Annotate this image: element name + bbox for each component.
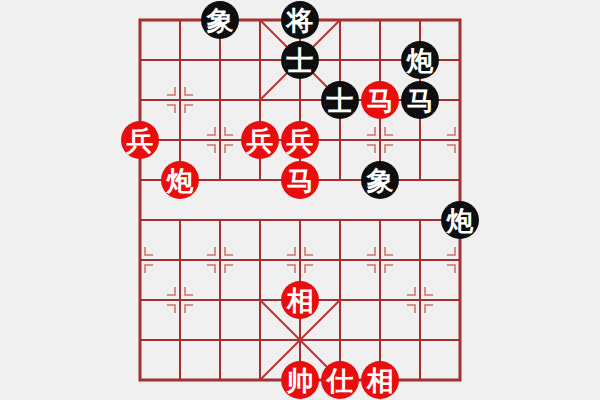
board-point-c2r2[interactable] bbox=[200, 80, 240, 120]
board-point-c0r1[interactable] bbox=[120, 40, 160, 80]
board-point-c1r0[interactable] bbox=[160, 0, 200, 40]
board-point-c2r8[interactable] bbox=[200, 320, 240, 360]
black-horse[interactable]: 马 bbox=[401, 81, 439, 119]
board-point-c8r7[interactable] bbox=[440, 280, 480, 320]
board-point-c7r6[interactable] bbox=[400, 240, 440, 280]
red-elephant[interactable]: 相 bbox=[281, 281, 319, 319]
board-point-c5r2[interactable]: 士 bbox=[320, 80, 360, 120]
board-point-c4r2[interactable] bbox=[280, 80, 320, 120]
board-point-c1r3[interactable] bbox=[160, 120, 200, 160]
red-horse[interactable]: 马 bbox=[281, 161, 319, 199]
board-point-c5r8[interactable] bbox=[320, 320, 360, 360]
board-point-c1r2[interactable] bbox=[160, 80, 200, 120]
board-point-c7r9[interactable] bbox=[400, 360, 440, 400]
board-point-c4r1[interactable]: 士 bbox=[280, 40, 320, 80]
board-point-c0r4[interactable] bbox=[120, 160, 160, 200]
board-point-c5r0[interactable] bbox=[320, 0, 360, 40]
board-point-c7r2[interactable]: 马 bbox=[400, 80, 440, 120]
board-point-c8r4[interactable] bbox=[440, 160, 480, 200]
board-point-c6r2[interactable]: 马 bbox=[360, 80, 400, 120]
board-point-c8r0[interactable] bbox=[440, 0, 480, 40]
black-elephant[interactable]: 象 bbox=[361, 161, 399, 199]
board-point-c6r4[interactable]: 象 bbox=[360, 160, 400, 200]
board-point-c2r6[interactable] bbox=[200, 240, 240, 280]
red-soldier[interactable]: 兵 bbox=[121, 121, 159, 159]
board-point-c7r5[interactable] bbox=[400, 200, 440, 240]
board-point-c2r7[interactable] bbox=[200, 280, 240, 320]
black-advisor[interactable]: 士 bbox=[281, 41, 319, 79]
red-elephant[interactable]: 相 bbox=[361, 361, 399, 399]
board-point-c0r9[interactable] bbox=[120, 360, 160, 400]
board-point-c6r0[interactable] bbox=[360, 0, 400, 40]
board-point-c0r8[interactable] bbox=[120, 320, 160, 360]
black-cannon[interactable]: 炮 bbox=[441, 201, 479, 239]
board-point-c6r1[interactable] bbox=[360, 40, 400, 80]
board-point-c4r7[interactable]: 相 bbox=[280, 280, 320, 320]
board-point-c4r4[interactable]: 马 bbox=[280, 160, 320, 200]
board-point-c3r6[interactable] bbox=[240, 240, 280, 280]
board-point-c2r1[interactable] bbox=[200, 40, 240, 80]
board-point-c6r9[interactable]: 相 bbox=[360, 360, 400, 400]
red-cannon[interactable]: 炮 bbox=[161, 161, 199, 199]
board-point-c4r0[interactable]: 将 bbox=[280, 0, 320, 40]
board-point-c3r7[interactable] bbox=[240, 280, 280, 320]
board-point-c1r9[interactable] bbox=[160, 360, 200, 400]
board-point-c0r6[interactable] bbox=[120, 240, 160, 280]
board-point-c7r4[interactable] bbox=[400, 160, 440, 200]
board-point-c0r5[interactable] bbox=[120, 200, 160, 240]
red-soldier[interactable]: 兵 bbox=[281, 121, 319, 159]
board-point-c2r0[interactable]: 象 bbox=[200, 0, 240, 40]
board-point-c1r7[interactable] bbox=[160, 280, 200, 320]
board-point-c3r3[interactable]: 兵 bbox=[240, 120, 280, 160]
board-point-c6r3[interactable] bbox=[360, 120, 400, 160]
board-point-c1r5[interactable] bbox=[160, 200, 200, 240]
board-point-c8r3[interactable] bbox=[440, 120, 480, 160]
board-point-c7r1[interactable]: 炮 bbox=[400, 40, 440, 80]
board-point-c4r5[interactable] bbox=[280, 200, 320, 240]
board-point-c6r7[interactable] bbox=[360, 280, 400, 320]
board-point-c1r8[interactable] bbox=[160, 320, 200, 360]
board-point-c4r6[interactable] bbox=[280, 240, 320, 280]
board-point-c5r9[interactable]: 仕 bbox=[320, 360, 360, 400]
board-point-c3r4[interactable] bbox=[240, 160, 280, 200]
board-point-c4r3[interactable]: 兵 bbox=[280, 120, 320, 160]
board-point-c5r6[interactable] bbox=[320, 240, 360, 280]
board-point-c3r9[interactable] bbox=[240, 360, 280, 400]
red-advisor[interactable]: 仕 bbox=[321, 361, 359, 399]
board-point-c5r5[interactable] bbox=[320, 200, 360, 240]
board-point-c1r6[interactable] bbox=[160, 240, 200, 280]
xiangqi-screenshot: 象将士炮士马马兵兵兵炮马象炮相帅仕相 bbox=[0, 0, 600, 400]
board-point-c0r0[interactable] bbox=[120, 0, 160, 40]
board-point-c3r0[interactable] bbox=[240, 0, 280, 40]
board-point-c2r3[interactable] bbox=[200, 120, 240, 160]
board-point-c5r4[interactable] bbox=[320, 160, 360, 200]
black-general[interactable]: 将 bbox=[281, 1, 319, 39]
board-point-c4r9[interactable]: 帅 bbox=[280, 360, 320, 400]
black-cannon[interactable]: 炮 bbox=[401, 41, 439, 79]
board-point-c7r3[interactable] bbox=[400, 120, 440, 160]
board-point-c5r3[interactable] bbox=[320, 120, 360, 160]
board-point-c5r7[interactable] bbox=[320, 280, 360, 320]
board-point-c6r6[interactable] bbox=[360, 240, 400, 280]
board-point-c7r7[interactable] bbox=[400, 280, 440, 320]
board-point-c6r5[interactable] bbox=[360, 200, 400, 240]
board-point-c1r4[interactable]: 炮 bbox=[160, 160, 200, 200]
board-point-c4r8[interactable] bbox=[280, 320, 320, 360]
board-point-c2r9[interactable] bbox=[200, 360, 240, 400]
board-point-c8r2[interactable] bbox=[440, 80, 480, 120]
board-point-c8r5[interactable]: 炮 bbox=[440, 200, 480, 240]
board-point-c7r8[interactable] bbox=[400, 320, 440, 360]
board-point-c8r8[interactable] bbox=[440, 320, 480, 360]
red-general[interactable]: 帅 bbox=[281, 361, 319, 399]
board-point-c0r7[interactable] bbox=[120, 280, 160, 320]
red-horse[interactable]: 马 bbox=[361, 81, 399, 119]
board-point-c7r0[interactable] bbox=[400, 0, 440, 40]
board-point-c1r1[interactable] bbox=[160, 40, 200, 80]
board-point-c0r2[interactable] bbox=[120, 80, 160, 120]
red-soldier[interactable]: 兵 bbox=[241, 121, 279, 159]
black-advisor[interactable]: 士 bbox=[321, 81, 359, 119]
board-point-c2r4[interactable] bbox=[200, 160, 240, 200]
board-point-c5r1[interactable] bbox=[320, 40, 360, 80]
board-point-c8r9[interactable] bbox=[440, 360, 480, 400]
board-point-c8r1[interactable] bbox=[440, 40, 480, 80]
xiangqi-board[interactable]: 象将士炮士马马兵兵兵炮马象炮相帅仕相 bbox=[120, 0, 480, 400]
board-point-c3r8[interactable] bbox=[240, 320, 280, 360]
board-point-c8r6[interactable] bbox=[440, 240, 480, 280]
board-point-c3r2[interactable] bbox=[240, 80, 280, 120]
board-point-c3r1[interactable] bbox=[240, 40, 280, 80]
board-point-c3r5[interactable] bbox=[240, 200, 280, 240]
board-point-c2r5[interactable] bbox=[200, 200, 240, 240]
board-point-c6r8[interactable] bbox=[360, 320, 400, 360]
board-point-c0r3[interactable]: 兵 bbox=[120, 120, 160, 160]
black-elephant[interactable]: 象 bbox=[201, 1, 239, 39]
